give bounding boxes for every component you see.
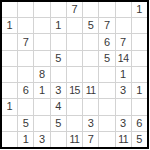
cell-r2c3-empty[interactable] [34, 18, 49, 33]
cell-r3c7-clue[interactable]: 6 [99, 34, 114, 49]
cell-r7c6-empty[interactable] [83, 99, 98, 114]
cell-r6c9-clue[interactable]: 1 [132, 83, 147, 98]
cell-r8c2-clue[interactable]: 5 [18, 116, 33, 131]
cell-r6c1-empty[interactable] [2, 83, 17, 98]
cell-r1c1-empty[interactable] [2, 2, 17, 17]
cell-r7c8-empty[interactable] [116, 99, 131, 114]
cell-r3c5-empty[interactable] [67, 34, 82, 49]
cell-r3c2-clue[interactable]: 7 [18, 34, 33, 49]
cell-r4c6-empty[interactable] [83, 51, 98, 66]
cell-r8c7-empty[interactable] [99, 116, 114, 131]
cell-r7c3-empty[interactable] [34, 99, 49, 114]
cell-r4c2-empty[interactable] [18, 51, 33, 66]
cell-r5c3-clue[interactable]: 8 [34, 67, 49, 82]
cell-r5c9-empty[interactable] [132, 67, 147, 82]
cell-r1c4-empty[interactable] [51, 2, 66, 17]
cell-r7c5-empty[interactable] [67, 99, 82, 114]
cell-r5c8-clue[interactable]: 1 [116, 67, 131, 82]
cell-r9c5-clue[interactable]: 11 [67, 132, 82, 147]
cell-r1c7-empty[interactable] [99, 2, 114, 17]
cell-r9c4-empty[interactable] [51, 132, 66, 147]
cell-r2c4-clue[interactable]: 1 [51, 18, 66, 33]
cell-r4c7-clue[interactable]: 5 [99, 51, 114, 66]
cell-r1c9-clue[interactable]: 1 [132, 2, 147, 17]
cell-r5c6-empty[interactable] [83, 67, 98, 82]
cell-r8c6-clue[interactable]: 3 [83, 116, 98, 131]
cell-r1c6-empty[interactable] [83, 2, 98, 17]
cell-r1c8-empty[interactable] [116, 2, 131, 17]
cell-r8c4-clue[interactable]: 5 [51, 116, 66, 131]
cell-r7c7-empty[interactable] [99, 99, 114, 114]
cell-r2c9-empty[interactable] [132, 18, 147, 33]
cell-r3c9-empty[interactable] [132, 34, 147, 49]
cell-r9c1-empty[interactable] [2, 132, 17, 147]
cell-r4c3-empty[interactable] [34, 51, 49, 66]
cell-r5c7-empty[interactable] [99, 67, 114, 82]
cell-r7c4-clue[interactable]: 4 [51, 99, 66, 114]
cell-r6c4-clue[interactable]: 3 [51, 83, 66, 98]
cell-r4c4-clue[interactable]: 5 [51, 51, 66, 66]
cell-r8c3-empty[interactable] [34, 116, 49, 131]
cell-r2c8-empty[interactable] [116, 18, 131, 33]
cell-r4c8-clue[interactable]: 14 [116, 51, 131, 66]
cell-r1c5-clue[interactable]: 7 [67, 2, 82, 17]
cell-r6c6-clue[interactable]: 11 [83, 83, 98, 98]
cell-r5c5-empty[interactable] [67, 67, 82, 82]
cell-r6c5-clue[interactable]: 15 [67, 83, 82, 98]
cell-r4c1-empty[interactable] [2, 51, 17, 66]
cell-r5c2-empty[interactable] [18, 67, 33, 82]
cell-r5c4-empty[interactable] [51, 67, 66, 82]
cell-r8c9-clue[interactable]: 6 [132, 116, 147, 131]
cell-r4c9-empty[interactable] [132, 51, 147, 66]
cell-r7c2-empty[interactable] [18, 99, 33, 114]
cell-r1c2-empty[interactable] [18, 2, 33, 17]
fillomino-board: 711157767551481613151131145533613117115 [0, 0, 149, 149]
cell-r8c5-empty[interactable] [67, 116, 82, 131]
cell-r4c5-empty[interactable] [67, 51, 82, 66]
cell-r2c5-empty[interactable] [67, 18, 82, 33]
cell-r7c9-empty[interactable] [132, 99, 147, 114]
cell-r6c8-clue[interactable]: 3 [116, 83, 131, 98]
cell-r2c6-clue[interactable]: 5 [83, 18, 98, 33]
cell-r6c3-clue[interactable]: 1 [34, 83, 49, 98]
cell-r1c3-empty[interactable] [34, 2, 49, 17]
cell-r3c8-clue[interactable]: 7 [116, 34, 131, 49]
cell-r3c1-empty[interactable] [2, 34, 17, 49]
cell-r5c1-empty[interactable] [2, 67, 17, 82]
cell-r9c3-clue[interactable]: 3 [34, 132, 49, 147]
cell-r2c7-clue[interactable]: 7 [99, 18, 114, 33]
cell-r8c1-empty[interactable] [2, 116, 17, 131]
cell-r8c8-clue[interactable]: 3 [116, 116, 131, 131]
cell-r6c7-empty[interactable] [99, 83, 114, 98]
cell-r3c3-empty[interactable] [34, 34, 49, 49]
cell-r2c2-empty[interactable] [18, 18, 33, 33]
cell-r9c7-empty[interactable] [99, 132, 114, 147]
cell-r3c6-empty[interactable] [83, 34, 98, 49]
cell-r3c4-empty[interactable] [51, 34, 66, 49]
cell-r9c2-clue[interactable]: 1 [18, 132, 33, 147]
cell-r2c1-clue[interactable]: 1 [2, 18, 17, 33]
cell-r9c9-clue[interactable]: 5 [132, 132, 147, 147]
cell-r6c2-clue[interactable]: 6 [18, 83, 33, 98]
cell-r7c1-clue[interactable]: 1 [2, 99, 17, 114]
cell-r9c8-clue[interactable]: 11 [116, 132, 131, 147]
cell-r9c6-clue[interactable]: 7 [83, 132, 98, 147]
